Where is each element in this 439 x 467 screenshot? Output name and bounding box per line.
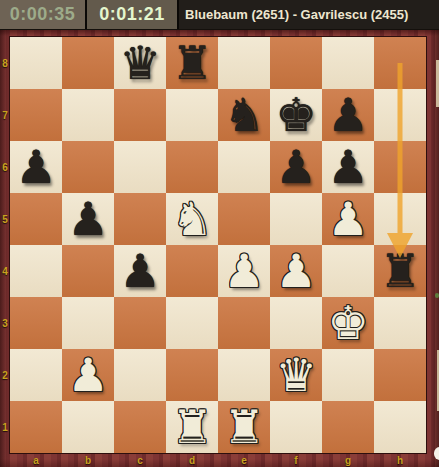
square-b8[interactable] xyxy=(62,37,114,89)
square-c4[interactable]: ♟ xyxy=(114,245,166,297)
rank-coordinates: 87654321 xyxy=(0,37,10,453)
square-d6[interactable] xyxy=(166,141,218,193)
square-a2[interactable] xyxy=(10,349,62,401)
square-c7[interactable] xyxy=(114,89,166,141)
square-e5[interactable] xyxy=(218,193,270,245)
square-b4[interactable] xyxy=(62,245,114,297)
black-king-f7[interactable]: ♚ xyxy=(270,89,322,141)
square-d2[interactable] xyxy=(166,349,218,401)
file-label-c: c xyxy=(114,453,166,467)
black-clock: 0:01:21 xyxy=(85,0,179,29)
white-pawn-e4[interactable]: ♟ xyxy=(218,245,270,297)
square-f6[interactable]: ♟ xyxy=(270,141,322,193)
square-h8[interactable] xyxy=(374,37,426,89)
square-d5[interactable]: ♞ xyxy=(166,193,218,245)
square-h6[interactable] xyxy=(374,141,426,193)
square-a5[interactable] xyxy=(10,193,62,245)
square-g3[interactable]: ♚ xyxy=(322,297,374,349)
white-pawn-f4[interactable]: ♟ xyxy=(270,245,322,297)
square-b6[interactable] xyxy=(62,141,114,193)
square-b7[interactable] xyxy=(62,89,114,141)
file-label-d: d xyxy=(166,453,218,467)
square-b5[interactable]: ♟ xyxy=(62,193,114,245)
square-e1[interactable]: ♜ xyxy=(218,401,270,453)
black-queen-c8[interactable]: ♛ xyxy=(114,37,166,89)
square-c1[interactable] xyxy=(114,401,166,453)
square-h3[interactable] xyxy=(374,297,426,349)
square-b3[interactable] xyxy=(62,297,114,349)
file-label-f: f xyxy=(270,453,322,467)
square-h2[interactable] xyxy=(374,349,426,401)
players-label: Bluebaum (2651) - Gavrilescu (2455) xyxy=(185,7,408,22)
file-label-h: h xyxy=(374,453,426,467)
square-g7[interactable]: ♟ xyxy=(322,89,374,141)
clock-title-bar: 0:00:35 0:01:21 Bluebaum (2651) - Gavril… xyxy=(0,0,439,30)
white-queen-f2[interactable]: ♛ xyxy=(270,349,322,401)
black-rook-h4[interactable]: ♜ xyxy=(374,245,426,297)
square-h1[interactable] xyxy=(374,401,426,453)
black-clock-time: 0:01:21 xyxy=(99,4,165,25)
black-pawn-f6[interactable]: ♟ xyxy=(270,141,322,193)
square-g8[interactable] xyxy=(322,37,374,89)
square-c2[interactable] xyxy=(114,349,166,401)
black-pawn-g7[interactable]: ♟ xyxy=(322,89,374,141)
square-h7[interactable] xyxy=(374,89,426,141)
square-f5[interactable] xyxy=(270,193,322,245)
white-pawn-b2[interactable]: ♟ xyxy=(62,349,114,401)
white-rook-d1[interactable]: ♜ xyxy=(166,401,218,453)
square-g2[interactable] xyxy=(322,349,374,401)
square-g4[interactable] xyxy=(322,245,374,297)
rank-label-2: 2 xyxy=(0,349,10,401)
square-d4[interactable] xyxy=(166,245,218,297)
square-e3[interactable] xyxy=(218,297,270,349)
square-g6[interactable]: ♟ xyxy=(322,141,374,193)
square-c5[interactable] xyxy=(114,193,166,245)
square-f7[interactable]: ♚ xyxy=(270,89,322,141)
white-king-g3[interactable]: ♚ xyxy=(322,297,374,349)
square-d7[interactable] xyxy=(166,89,218,141)
square-d3[interactable] xyxy=(166,297,218,349)
rank-label-6: 6 xyxy=(0,141,10,193)
square-c8[interactable]: ♛ xyxy=(114,37,166,89)
white-clock-time: 0:00:35 xyxy=(10,4,76,25)
square-e7[interactable]: ♞ xyxy=(218,89,270,141)
square-e4[interactable]: ♟ xyxy=(218,245,270,297)
square-a3[interactable] xyxy=(10,297,62,349)
black-pawn-c4[interactable]: ♟ xyxy=(114,245,166,297)
file-label-g: g xyxy=(322,453,374,467)
square-f2[interactable]: ♛ xyxy=(270,349,322,401)
file-label-e: e xyxy=(218,453,270,467)
square-b2[interactable]: ♟ xyxy=(62,349,114,401)
square-a4[interactable] xyxy=(10,245,62,297)
black-pawn-b5[interactable]: ♟ xyxy=(62,193,114,245)
square-c3[interactable] xyxy=(114,297,166,349)
square-a1[interactable] xyxy=(10,401,62,453)
square-a8[interactable] xyxy=(10,37,62,89)
white-pawn-g5[interactable]: ♟ xyxy=(322,193,374,245)
rank-label-1: 1 xyxy=(0,401,10,453)
game-title: Bluebaum (2651) - Gavrilescu (2455) xyxy=(179,0,439,29)
square-d1[interactable]: ♜ xyxy=(166,401,218,453)
screen-edge-artifact xyxy=(434,447,439,460)
file-coordinates: abcdefgh xyxy=(10,453,426,467)
square-e8[interactable] xyxy=(218,37,270,89)
square-d8[interactable]: ♜ xyxy=(166,37,218,89)
square-g1[interactable] xyxy=(322,401,374,453)
square-b1[interactable] xyxy=(62,401,114,453)
rank-label-7: 7 xyxy=(0,89,10,141)
square-e2[interactable] xyxy=(218,349,270,401)
screen-edge-artifact xyxy=(435,293,439,298)
file-label-a: a xyxy=(10,453,62,467)
square-h4[interactable]: ♜ xyxy=(374,245,426,297)
file-label-b: b xyxy=(62,453,114,467)
black-pawn-g6[interactable]: ♟ xyxy=(322,141,374,193)
square-a7[interactable] xyxy=(10,89,62,141)
square-f1[interactable] xyxy=(270,401,322,453)
square-h5[interactable] xyxy=(374,193,426,245)
white-clock: 0:00:35 xyxy=(0,0,85,29)
chess-board: ♛♜♞♚♟♟♟♟♟♞♟♟♟♟♜♚♟♛♜♜ xyxy=(10,37,426,453)
black-pawn-a6[interactable]: ♟ xyxy=(10,141,62,193)
white-rook-e1[interactable]: ♜ xyxy=(218,401,270,453)
square-f3[interactable] xyxy=(270,297,322,349)
rank-label-8: 8 xyxy=(0,37,10,89)
square-c6[interactable] xyxy=(114,141,166,193)
square-g5[interactable]: ♟ xyxy=(322,193,374,245)
rank-label-3: 3 xyxy=(0,297,10,349)
black-rook-d8[interactable]: ♜ xyxy=(166,37,218,89)
white-knight-d5[interactable]: ♞ xyxy=(166,193,218,245)
rank-label-4: 4 xyxy=(0,245,10,297)
chess-broadcast-window: 0:00:35 0:01:21 Bluebaum (2651) - Gavril… xyxy=(0,0,439,467)
square-a6[interactable]: ♟ xyxy=(10,141,62,193)
square-e6[interactable] xyxy=(218,141,270,193)
square-f8[interactable] xyxy=(270,37,322,89)
square-f4[interactable]: ♟ xyxy=(270,245,322,297)
rank-label-5: 5 xyxy=(0,193,10,245)
black-knight-e7[interactable]: ♞ xyxy=(218,89,270,141)
